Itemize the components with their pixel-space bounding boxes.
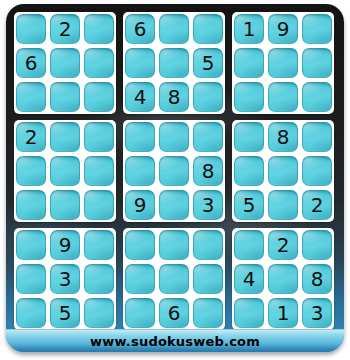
cell-r8c1[interactable] xyxy=(16,264,46,294)
cell-r3c5[interactable]: 8 xyxy=(159,82,189,112)
cell-r4c6[interactable] xyxy=(193,122,223,152)
block-7: 935 xyxy=(14,228,116,330)
cell-r7c9[interactable] xyxy=(302,230,332,260)
cell-r1c1[interactable] xyxy=(16,14,46,44)
cell-r7c6[interactable] xyxy=(193,230,223,260)
cell-r8c8[interactable] xyxy=(268,264,298,294)
cell-r2c3[interactable] xyxy=(84,48,114,78)
cell-r3c2[interactable] xyxy=(50,82,80,112)
cell-r8c6[interactable] xyxy=(193,264,223,294)
sudoku-widget: 266548192893852935624813 www.sudokusweb.… xyxy=(0,0,350,360)
cell-r5c3[interactable] xyxy=(84,156,114,186)
cell-r2c9[interactable] xyxy=(302,48,332,78)
cell-r9c1[interactable] xyxy=(16,298,46,328)
cell-r1c4[interactable]: 6 xyxy=(125,14,155,44)
cell-r9c9[interactable]: 3 xyxy=(302,298,332,328)
cell-r1c9[interactable] xyxy=(302,14,332,44)
cell-r5c6[interactable]: 8 xyxy=(193,156,223,186)
cell-r7c8[interactable]: 2 xyxy=(268,230,298,260)
block-5: 893 xyxy=(123,120,225,222)
cell-r1c8[interactable]: 9 xyxy=(268,14,298,44)
cell-r7c3[interactable] xyxy=(84,230,114,260)
cell-r7c2[interactable]: 9 xyxy=(50,230,80,260)
cell-r3c1[interactable] xyxy=(16,82,46,112)
block-8: 6 xyxy=(123,228,225,330)
board-frame: 266548192893852935624813 www.sudokusweb.… xyxy=(6,4,344,352)
cell-r9c5[interactable]: 6 xyxy=(159,298,189,328)
cell-r2c6[interactable]: 5 xyxy=(193,48,223,78)
cell-r7c7[interactable] xyxy=(234,230,264,260)
cell-r6c3[interactable] xyxy=(84,190,114,220)
cell-r2c2[interactable] xyxy=(50,48,80,78)
cell-r7c1[interactable] xyxy=(16,230,46,260)
cell-r2c5[interactable] xyxy=(159,48,189,78)
cell-r6c4[interactable]: 9 xyxy=(125,190,155,220)
cell-r4c7[interactable] xyxy=(234,122,264,152)
cell-r5c4[interactable] xyxy=(125,156,155,186)
cell-r3c7[interactable] xyxy=(234,82,264,112)
cell-r4c4[interactable] xyxy=(125,122,155,152)
cell-r1c5[interactable] xyxy=(159,14,189,44)
cell-r4c5[interactable] xyxy=(159,122,189,152)
cell-r4c8[interactable]: 8 xyxy=(268,122,298,152)
cell-r4c3[interactable] xyxy=(84,122,114,152)
cell-r1c2[interactable]: 2 xyxy=(50,14,80,44)
cell-r3c4[interactable]: 4 xyxy=(125,82,155,112)
cell-r5c8[interactable] xyxy=(268,156,298,186)
cell-r7c5[interactable] xyxy=(159,230,189,260)
cell-r5c1[interactable] xyxy=(16,156,46,186)
cell-r9c8[interactable]: 1 xyxy=(268,298,298,328)
cell-r3c9[interactable] xyxy=(302,82,332,112)
sudoku-board: 266548192893852935624813 xyxy=(14,12,334,330)
block-2: 6548 xyxy=(123,12,225,114)
cell-r3c8[interactable] xyxy=(268,82,298,112)
cell-r9c2[interactable]: 5 xyxy=(50,298,80,328)
site-url[interactable]: www.sudokusweb.com xyxy=(90,334,260,349)
cell-r9c4[interactable] xyxy=(125,298,155,328)
cell-r2c4[interactable] xyxy=(125,48,155,78)
cell-r3c6[interactable] xyxy=(193,82,223,112)
cell-r6c2[interactable] xyxy=(50,190,80,220)
cell-r1c7[interactable]: 1 xyxy=(234,14,264,44)
cell-r3c3[interactable] xyxy=(84,82,114,112)
cell-r2c7[interactable] xyxy=(234,48,264,78)
cell-r6c6[interactable]: 3 xyxy=(193,190,223,220)
block-4: 2 xyxy=(14,120,116,222)
cell-r6c5[interactable] xyxy=(159,190,189,220)
cell-r8c9[interactable]: 8 xyxy=(302,264,332,294)
cell-r2c8[interactable] xyxy=(268,48,298,78)
cell-r9c6[interactable] xyxy=(193,298,223,328)
cell-r8c7[interactable]: 4 xyxy=(234,264,264,294)
cell-r9c7[interactable] xyxy=(234,298,264,328)
cell-r8c4[interactable] xyxy=(125,264,155,294)
cell-r6c8[interactable] xyxy=(268,190,298,220)
cell-r6c7[interactable]: 5 xyxy=(234,190,264,220)
cell-r8c5[interactable] xyxy=(159,264,189,294)
block-1: 26 xyxy=(14,12,116,114)
cell-r5c2[interactable] xyxy=(50,156,80,186)
cell-r7c4[interactable] xyxy=(125,230,155,260)
block-6: 852 xyxy=(232,120,334,222)
cell-r4c1[interactable]: 2 xyxy=(16,122,46,152)
footer-bar: www.sudokusweb.com xyxy=(6,329,344,352)
cell-r9c3[interactable] xyxy=(84,298,114,328)
cell-r8c2[interactable]: 3 xyxy=(50,264,80,294)
cell-r5c7[interactable] xyxy=(234,156,264,186)
cell-r6c9[interactable]: 2 xyxy=(302,190,332,220)
block-3: 19 xyxy=(232,12,334,114)
cell-r1c6[interactable] xyxy=(193,14,223,44)
cell-r5c5[interactable] xyxy=(159,156,189,186)
cell-r4c9[interactable] xyxy=(302,122,332,152)
cell-r4c2[interactable] xyxy=(50,122,80,152)
cell-r2c1[interactable]: 6 xyxy=(16,48,46,78)
cell-r8c3[interactable] xyxy=(84,264,114,294)
cell-r1c3[interactable] xyxy=(84,14,114,44)
cell-r6c1[interactable] xyxy=(16,190,46,220)
block-9: 24813 xyxy=(232,228,334,330)
cell-r5c9[interactable] xyxy=(302,156,332,186)
